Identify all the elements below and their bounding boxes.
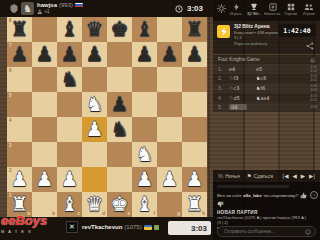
draw-button[interactable]: ½ Ничья — [218, 173, 240, 179]
square-d3[interactable] — [82, 142, 107, 167]
black-king[interactable]: ♚ — [107, 17, 132, 42]
next-move-button[interactable]: ▶ — [301, 173, 305, 179]
sportsmanship-prompt: Вёл ли себя alfa_fabz по-спортивному? ? — [217, 191, 316, 199]
square-f3[interactable]: ♞ — [132, 142, 157, 167]
black-pawn[interactable]: ♟ — [57, 42, 82, 67]
black-pawn[interactable]: ♟ — [157, 42, 182, 67]
first-move-button[interactable]: |◀ — [282, 173, 288, 179]
black-rook[interactable]: ♜ — [7, 17, 32, 42]
prompt-username: alfa_fabz — [243, 193, 261, 198]
square-a6[interactable]: 6 — [7, 67, 32, 92]
white-pawn[interactable]: ♟ — [7, 167, 32, 192]
move-row: 2. ♘f3 ♞c6 3:023:02 — [213, 74, 320, 84]
ukraine-flag-icon — [144, 225, 152, 230]
tab-label: Играть — [230, 12, 242, 16]
file-label: g — [177, 211, 180, 216]
draw-label: Ничья — [225, 173, 239, 179]
rank-label: 6 — [9, 68, 12, 73]
move-number: 2. — [218, 75, 229, 81]
square-h8[interactable]: ♜ — [182, 17, 207, 42]
black-bishop[interactable]: ♝ — [132, 17, 157, 42]
square-a3[interactable]: 3 — [7, 142, 32, 167]
half-point-icon: ½ — [218, 173, 223, 179]
square-c6[interactable]: ♞ — [57, 67, 82, 92]
square-d4[interactable]: ♟ — [82, 117, 107, 142]
avatar-piece-icon: ♞ — [23, 2, 32, 15]
white-pawn[interactable]: ♟ — [32, 167, 57, 192]
black-bishop[interactable]: ♝ — [57, 17, 82, 42]
white-move-current[interactable]: d4 — [229, 104, 247, 110]
chess-board: 8♜♝♛♚♝♜7♟♟♟♟♟♟♟6♞5♞♟4♟♞3♞2♟♟♟♟♟♟1a♜bc♝d♛… — [7, 17, 207, 217]
book-icon[interactable]: ▤ — [310, 57, 315, 63]
chat-panel: Вёл ли себя alfa_fabz по-спортивному? ? … — [213, 182, 320, 240]
arena-lightning-icon — [217, 25, 230, 38]
move-row: 1. e4 e5 3:023:02 — [213, 64, 320, 74]
square-g7[interactable]: ♟ — [157, 42, 182, 67]
rank-label: 3 — [9, 143, 12, 148]
square-d2[interactable] — [82, 167, 107, 192]
move-number: 5. — [218, 104, 229, 110]
rank-label: 4 — [9, 118, 12, 123]
square-e8[interactable]: ♚ — [107, 17, 132, 42]
square-h1[interactable]: h♜ — [182, 192, 207, 217]
chat-input[interactable] — [222, 228, 305, 235]
rank-label: 5 — [9, 93, 12, 98]
app: ♞ hawjsa (993) ♙ +1 3:03 8♜♝♛♚♝♜7♟♟♟♟♟♟♟… — [0, 0, 320, 240]
square-c7[interactable]: ♟ — [57, 42, 82, 67]
white-queen[interactable]: ♛ — [82, 192, 107, 217]
share-icon[interactable] — [306, 42, 314, 50]
white-move[interactable]: ♘c3 — [229, 85, 256, 91]
move-times: 3:03 — [310, 105, 317, 109]
square-c2[interactable]: ♟ — [57, 167, 82, 192]
captured-pawn-icon: ♙ — [37, 9, 42, 15]
sidebar: Играть 3|2 Blit... Новая па... — [213, 0, 320, 240]
move-times: 3:033:03 — [310, 84, 317, 92]
black-move[interactable]: ♞c6 — [256, 75, 283, 81]
tab-players[interactable]: Игроки — [300, 3, 318, 16]
sidebar-tabs: Играть 3|2 Blit... Новая па... — [213, 0, 320, 21]
square-f5[interactable] — [132, 92, 157, 117]
tab-label: Партии — [284, 12, 297, 16]
square-a7[interactable]: 7♟ — [7, 42, 32, 67]
white-bishop[interactable]: ♝ — [57, 192, 82, 217]
square-b3[interactable] — [32, 142, 57, 167]
prev-move-button[interactable]: ◀ — [292, 173, 296, 179]
move-number: 1. — [218, 66, 229, 72]
chat-previous-message — [217, 185, 289, 188]
bottom-player-rating: (1075) — [124, 224, 141, 230]
material-advantage: +1 — [44, 9, 49, 15]
white-pawn[interactable]: ♟ — [132, 167, 157, 192]
square-f4[interactable] — [132, 117, 157, 142]
prompt-text: Вёл ли себя — [217, 193, 241, 198]
square-h5[interactable] — [182, 92, 207, 117]
black-pawn[interactable]: ♟ — [7, 42, 32, 67]
thumbs-down-icon[interactable] — [217, 201, 224, 208]
square-c5[interactable] — [57, 92, 82, 117]
tab-new-game[interactable]: Новая па... — [263, 3, 281, 16]
chat-input-wrap: ☺ — [217, 226, 316, 237]
square-b8[interactable] — [32, 17, 57, 42]
square-g6[interactable] — [157, 67, 182, 92]
square-h3[interactable] — [182, 142, 207, 167]
white-rook[interactable]: ♜ — [182, 192, 207, 217]
arena-panel[interactable]: 3|2 Blitz Арена Блиц-темп • 438 игроков … — [213, 21, 320, 54]
square-e5[interactable]: ♟ — [107, 92, 132, 117]
new-game-matchup: revTkachevun (1075 ♞) против hawjsa (993… — [217, 215, 316, 220]
plus-square-icon — [269, 3, 277, 11]
square-g4[interactable] — [157, 117, 182, 142]
square-d6[interactable] — [82, 67, 107, 92]
move-navigation: |◀ ◀ ▶ ▶| — [282, 173, 315, 179]
square-g8[interactable] — [157, 17, 182, 42]
last-move-button[interactable]: ▶| — [309, 173, 315, 179]
white-knight[interactable]: ♞ — [82, 92, 107, 117]
tab-play[interactable]: Играть — [227, 3, 245, 16]
black-pawn[interactable]: ♟ — [182, 42, 207, 67]
smiley-icon[interactable]: ☺ — [305, 228, 311, 235]
square-f7[interactable]: ♟ — [132, 42, 157, 67]
move-row: 5. d4 3:03 — [213, 102, 320, 112]
move-number: 3. — [218, 85, 229, 91]
white-pawn[interactable]: ♟ — [157, 167, 182, 192]
black-knight[interactable]: ♞ — [107, 117, 132, 142]
bottom-clock-time: 3:03 — [191, 224, 207, 233]
tab-games[interactable]: Партии — [282, 3, 300, 16]
help-icon[interactable]: ? — [310, 191, 318, 199]
square-e4[interactable]: ♞ — [107, 117, 132, 142]
square-h6[interactable] — [182, 67, 207, 92]
white-pawn[interactable]: ♟ — [82, 117, 107, 142]
white-king[interactable]: ♚ — [107, 192, 132, 217]
opening-name-row: Four Knights Game ▤ — [213, 55, 320, 64]
black-pawn[interactable]: ♟ — [32, 42, 57, 67]
opening-name: Four Knights Game — [218, 57, 260, 62]
square-e2[interactable] — [107, 167, 132, 192]
black-pawn[interactable]: ♟ — [82, 42, 107, 67]
game-controls: ½ Ничья ⚑ Сдаться |◀ ◀ ▶ ▶| — [213, 170, 320, 182]
bottom-clock: 3:03 — [168, 221, 211, 235]
black-move[interactable]: e5 — [256, 66, 283, 72]
square-e3[interactable] — [107, 142, 132, 167]
move-row: 3. ♘c3 ♞f6 3:033:03 — [213, 83, 320, 93]
prompt-text: по-спортивному? — [264, 193, 298, 198]
black-pawn[interactable]: ♟ — [107, 92, 132, 117]
top-clock-time: 3:03 — [187, 4, 203, 13]
move-times: 3:023:02 — [310, 65, 317, 73]
square-h7[interactable]: ♟ — [182, 42, 207, 67]
square-d1[interactable]: d♛ — [82, 192, 107, 217]
gear-icon[interactable] — [215, 3, 227, 13]
square-b2[interactable]: ♟ — [32, 167, 57, 192]
top-player-bar: ♞ hawjsa (993) ♙ +1 3:03 — [0, 0, 213, 17]
russia-flag-icon — [75, 3, 83, 8]
black-queen[interactable]: ♛ — [82, 17, 107, 42]
square-g1[interactable]: g — [157, 192, 182, 217]
square-d5[interactable]: ♞ — [82, 92, 107, 117]
black-move[interactable]: ♞f6 — [256, 85, 283, 91]
arena-pairing: Пары по рейтингу — [234, 41, 279, 47]
square-g5[interactable] — [157, 92, 182, 117]
move-times: 3:033:02 — [310, 94, 317, 102]
lightning-icon — [233, 3, 240, 11]
resign-button[interactable]: ⚑ Сдаться — [247, 173, 273, 179]
square-b5[interactable] — [32, 92, 57, 117]
tab-label: Новая па... — [264, 12, 281, 16]
move-times: 3:023:02 — [310, 74, 317, 82]
square-b6[interactable] — [32, 67, 57, 92]
black-rook[interactable]: ♜ — [182, 17, 207, 42]
square-f8[interactable]: ♝ — [132, 17, 157, 42]
square-c3[interactable] — [57, 142, 82, 167]
players-icon — [304, 3, 313, 11]
square-e1[interactable]: e♚ — [107, 192, 132, 217]
square-a4[interactable]: 4 — [7, 117, 32, 142]
square-g3[interactable] — [157, 142, 182, 167]
white-pawn[interactable]: ♟ — [57, 167, 82, 192]
resign-flag-icon: ⚑ — [247, 173, 252, 179]
top-avatar[interactable]: ♞ — [21, 2, 34, 15]
black-move[interactable]: ♞xe4 — [256, 95, 283, 101]
square-b4[interactable] — [32, 117, 57, 142]
square-b7[interactable]: ♟ — [32, 42, 57, 67]
fair-play-badge — [154, 225, 159, 230]
square-a8[interactable]: 8♜ — [7, 17, 32, 42]
grid-icon — [287, 3, 295, 11]
move-row: 4. ♘d5 ♞xe4 3:033:02 — [213, 93, 320, 103]
watermark-logo: eeBoys M A T E S — [1, 215, 47, 238]
square-d7[interactable]: ♟ — [82, 42, 107, 67]
white-knight[interactable]: ♞ — [132, 142, 157, 167]
top-player-rating: (993) — [59, 2, 73, 8]
move-number: 4. — [218, 95, 229, 101]
square-a5[interactable]: 5 — [7, 92, 32, 117]
white-move[interactable]: ♘f3 — [229, 75, 256, 81]
square-d8[interactable]: ♛ — [82, 17, 107, 42]
square-c8[interactable]: ♝ — [57, 17, 82, 42]
bottom-player-name[interactable]: revTkachevun — [82, 224, 122, 230]
white-move[interactable]: e4 — [229, 66, 256, 72]
square-a2[interactable]: 2♟ — [7, 167, 32, 192]
thumbs-up-icon[interactable] — [300, 192, 307, 199]
tab-label: Игроки — [303, 12, 315, 16]
square-g2[interactable]: ♟ — [157, 167, 182, 192]
arena-countdown: 1:42:40 — [278, 24, 316, 37]
top-clock: 3:03 — [175, 4, 203, 13]
tab-arena[interactable]: 3|2 Blit... — [245, 3, 263, 16]
square-f6[interactable] — [132, 67, 157, 92]
tab-label: 3|2 Blit... — [247, 12, 262, 16]
resign-label: Сдаться — [254, 173, 273, 179]
black-knight[interactable]: ♞ — [57, 67, 82, 92]
white-pawn[interactable]: ♟ — [182, 167, 207, 192]
square-h4[interactable] — [182, 117, 207, 142]
square-c4[interactable] — [57, 117, 82, 142]
square-c1[interactable]: c♝ — [57, 192, 82, 217]
square-e7[interactable] — [107, 42, 132, 67]
watermark-close-icon[interactable]: ✕ — [66, 221, 78, 233]
black-pawn[interactable]: ♟ — [132, 42, 157, 67]
white-move[interactable]: ♘d5 — [229, 95, 256, 101]
white-bishop[interactable]: ♝ — [132, 192, 157, 217]
flair-icon — [10, 4, 18, 13]
square-f2[interactable]: ♟ — [132, 167, 157, 192]
square-f1[interactable]: f♝ — [132, 192, 157, 217]
file-label: b — [52, 211, 55, 216]
trophy-icon — [250, 3, 258, 11]
clock-icon — [175, 5, 183, 13]
move-list: 1. e4 e5 3:023:02 2. ♘f3 ♞c6 3:023:02 3.… — [213, 64, 320, 112]
square-h2[interactable]: ♟ — [182, 167, 207, 192]
square-e6[interactable] — [107, 67, 132, 92]
